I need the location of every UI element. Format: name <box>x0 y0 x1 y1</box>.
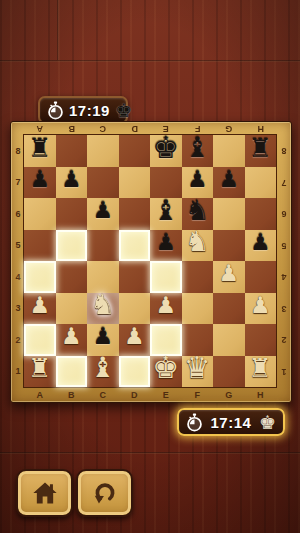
coordinate-label: A <box>24 389 56 401</box>
square-h6[interactable] <box>245 198 277 230</box>
coordinate-label: C <box>87 123 119 135</box>
restart-button[interactable] <box>76 469 133 517</box>
coordinate-label: 1 <box>12 356 24 388</box>
square-d4[interactable] <box>119 261 151 293</box>
square-e1[interactable]: ♚ <box>150 356 182 388</box>
white-king-icon: ♚ <box>259 413 276 432</box>
coordinate-label: 4 <box>12 261 24 293</box>
square-c2[interactable]: ♟ <box>87 324 119 356</box>
black-timer: 17:19 ♚ <box>38 96 128 124</box>
square-h8[interactable]: ♜ <box>245 135 277 167</box>
piece-black-bishop-f8: ♝ <box>182 132 214 164</box>
coordinate-label: 2 <box>12 324 24 356</box>
coordinate-label: H <box>245 389 277 401</box>
board-grid: ♜♚♝♜♟♟♟♟♟♝♞♟♞♟♟♟♞♟♟♟♟♟♜♝♚♛♜ <box>24 135 276 387</box>
square-b3[interactable] <box>56 293 88 325</box>
file-labels-top: ABCDEFGH <box>24 123 276 135</box>
square-f7[interactable]: ♟ <box>182 167 214 199</box>
square-g8[interactable] <box>213 135 245 167</box>
square-f2[interactable] <box>182 324 214 356</box>
coordinate-label: E <box>150 389 182 401</box>
square-e7[interactable] <box>150 167 182 199</box>
black-timer-time: 17:19 <box>69 102 110 119</box>
piece-white-rook-h1: ♜ <box>245 353 277 385</box>
piece-black-pawn-c6: ♟ <box>87 195 119 227</box>
piece-black-rook-a8: ♜ <box>24 132 56 164</box>
square-a5[interactable] <box>24 230 56 262</box>
coordinate-label: 8 <box>12 135 24 167</box>
piece-white-pawn-a3: ♟ <box>24 290 56 322</box>
chess-app-screen: 17:19 ♚ ABCDEFGH ABCDEFGH 87654321 87654… <box>0 0 300 533</box>
square-a1[interactable]: ♜ <box>24 356 56 388</box>
piece-black-pawn-f7: ♟ <box>182 164 214 196</box>
square-c3[interactable]: ♞ <box>87 293 119 325</box>
square-e3[interactable]: ♟ <box>150 293 182 325</box>
coordinate-label: 8 <box>278 135 290 167</box>
coordinate-label: D <box>119 389 151 401</box>
square-e2[interactable] <box>150 324 182 356</box>
coordinate-label: 2 <box>278 324 290 356</box>
coordinate-label: C <box>87 389 119 401</box>
stopwatch-icon <box>186 413 203 432</box>
square-g5[interactable] <box>213 230 245 262</box>
square-e4[interactable] <box>150 261 182 293</box>
wood-seam <box>0 60 300 62</box>
coordinate-label: F <box>182 123 214 135</box>
square-g1[interactable] <box>213 356 245 388</box>
coordinate-label: H <box>245 123 277 135</box>
coordinate-label: 4 <box>278 261 290 293</box>
wood-seam <box>0 452 300 454</box>
square-c4[interactable] <box>87 261 119 293</box>
piece-white-knight-c3: ♞ <box>87 290 119 322</box>
square-g3[interactable] <box>213 293 245 325</box>
piece-white-pawn-e3: ♟ <box>150 290 182 322</box>
piece-white-bishop-c1: ♝ <box>87 353 119 385</box>
square-h7[interactable] <box>245 167 277 199</box>
piece-white-pawn-h3: ♟ <box>245 290 277 322</box>
coordinate-label: 3 <box>12 293 24 325</box>
piece-black-pawn-g7: ♟ <box>213 164 245 196</box>
piece-white-pawn-b2: ♟ <box>56 321 88 353</box>
piece-white-rook-a1: ♜ <box>24 353 56 385</box>
square-h5[interactable]: ♟ <box>245 230 277 262</box>
square-d5[interactable] <box>119 230 151 262</box>
coordinate-label: 5 <box>12 230 24 262</box>
coordinate-label: E <box>150 123 182 135</box>
coordinate-label: 3 <box>278 293 290 325</box>
square-a8[interactable]: ♜ <box>24 135 56 167</box>
piece-white-pawn-d2: ♟ <box>119 321 151 353</box>
stopwatch-icon <box>47 101 64 120</box>
coordinate-label: 6 <box>12 198 24 230</box>
piece-white-queen-f1: ♛ <box>182 353 214 385</box>
square-c8[interactable] <box>87 135 119 167</box>
coordinate-label: F <box>182 389 214 401</box>
square-d6[interactable] <box>119 198 151 230</box>
piece-black-pawn-h5: ♟ <box>245 227 277 259</box>
square-f1[interactable]: ♛ <box>182 356 214 388</box>
square-b1[interactable] <box>56 356 88 388</box>
piece-black-pawn-b7: ♟ <box>56 164 88 196</box>
square-c5[interactable] <box>87 230 119 262</box>
coordinate-label: G <box>213 123 245 135</box>
coordinate-label: A <box>24 123 56 135</box>
rank-labels-left: 87654321 <box>12 135 24 387</box>
square-h1[interactable]: ♜ <box>245 356 277 388</box>
square-d3[interactable] <box>119 293 151 325</box>
coordinate-label: D <box>119 123 151 135</box>
square-g2[interactable] <box>213 324 245 356</box>
square-b7[interactable]: ♟ <box>56 167 88 199</box>
coordinate-label: 7 <box>278 167 290 199</box>
coordinate-label: 5 <box>278 230 290 262</box>
square-f6[interactable]: ♞ <box>182 198 214 230</box>
coordinate-label: 7 <box>12 167 24 199</box>
rank-labels-right: 87654321 <box>278 135 290 387</box>
square-c1[interactable]: ♝ <box>87 356 119 388</box>
white-timer-time: 17:14 <box>208 414 254 431</box>
piece-white-knight-f5: ♞ <box>182 227 214 259</box>
square-b5[interactable] <box>56 230 88 262</box>
square-f8[interactable]: ♝ <box>182 135 214 167</box>
coordinate-label: B <box>56 123 88 135</box>
square-h2[interactable] <box>245 324 277 356</box>
square-d2[interactable]: ♟ <box>119 324 151 356</box>
square-f4[interactable] <box>182 261 214 293</box>
piece-black-pawn-a7: ♟ <box>24 164 56 196</box>
piece-black-pawn-e5: ♟ <box>150 227 182 259</box>
square-f5[interactable]: ♞ <box>182 230 214 262</box>
square-e8[interactable]: ♚ <box>150 135 182 167</box>
wood-seam <box>57 0 59 60</box>
square-a6[interactable] <box>24 198 56 230</box>
square-b4[interactable] <box>56 261 88 293</box>
home-icon <box>31 480 59 506</box>
square-g6[interactable] <box>213 198 245 230</box>
square-g7[interactable]: ♟ <box>213 167 245 199</box>
coordinate-label: 1 <box>278 356 290 388</box>
square-d7[interactable] <box>119 167 151 199</box>
square-h3[interactable]: ♟ <box>245 293 277 325</box>
piece-black-knight-f6: ♞ <box>182 195 214 227</box>
chess-board: ABCDEFGH ABCDEFGH 87654321 87654321 ♜♚♝♜… <box>10 121 292 403</box>
square-e5[interactable]: ♟ <box>150 230 182 262</box>
square-d8[interactable] <box>119 135 151 167</box>
square-c6[interactable]: ♟ <box>87 198 119 230</box>
piece-black-rook-h8: ♜ <box>245 132 277 164</box>
black-king-icon: ♚ <box>115 101 132 120</box>
white-timer: 17:14 ♚ <box>177 408 285 436</box>
coordinate-label: B <box>56 389 88 401</box>
file-labels-bottom: ABCDEFGH <box>24 389 276 401</box>
piece-white-pawn-g4: ♟ <box>213 258 245 290</box>
piece-black-bishop-e6: ♝ <box>150 195 182 227</box>
square-b2[interactable]: ♟ <box>56 324 88 356</box>
square-a3[interactable]: ♟ <box>24 293 56 325</box>
square-a7[interactable]: ♟ <box>24 167 56 199</box>
piece-black-pawn-c2: ♟ <box>87 321 119 353</box>
square-a2[interactable] <box>24 324 56 356</box>
square-c7[interactable] <box>87 167 119 199</box>
square-g4[interactable]: ♟ <box>213 261 245 293</box>
square-h4[interactable] <box>245 261 277 293</box>
piece-white-king-e1: ♚ <box>150 353 182 385</box>
coordinate-label: G <box>213 389 245 401</box>
piece-black-king-e8: ♚ <box>150 132 182 164</box>
home-button[interactable] <box>16 469 73 517</box>
square-b8[interactable] <box>56 135 88 167</box>
coordinate-label: 6 <box>278 198 290 230</box>
square-e6[interactable]: ♝ <box>150 198 182 230</box>
square-f3[interactable] <box>182 293 214 325</box>
square-a4[interactable] <box>24 261 56 293</box>
square-b6[interactable] <box>56 198 88 230</box>
square-d1[interactable] <box>119 356 151 388</box>
restart-icon <box>91 480 119 506</box>
